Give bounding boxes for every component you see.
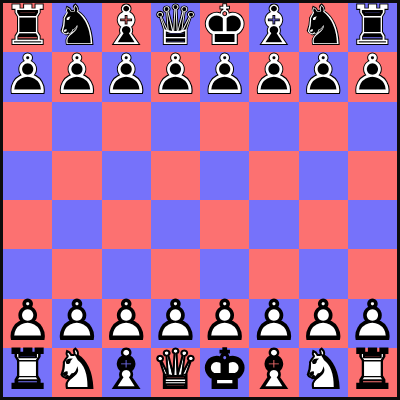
black-rook-icon: ♜ [3,0,51,52]
black-rook-detail-icon: ♖ [3,0,51,52]
black-knight-icon: ♞ [53,0,101,52]
square-e6[interactable] [200,102,249,151]
square-g3[interactable] [299,249,348,298]
square-g2[interactable]: ♟♙ [299,299,348,348]
chess-board: ♜♖♞♘♝♗♛♕♚♔♝♗♞♘♜♖♟♙♟♙♟♙♟♙♟♙♟♙♟♙♟♙♟♙♟♙♟♙♟♙… [0,0,400,400]
square-f5[interactable] [249,151,298,200]
square-d5[interactable] [151,151,200,200]
square-h5[interactable] [348,151,397,200]
black-pawn-icon: ♟ [299,48,347,102]
square-e7[interactable]: ♟♙ [200,52,249,101]
black-pawn-icon: ♟ [53,48,101,102]
piece-white-rook: ♜♖ [3,348,52,397]
black-pawn-detail-icon: ♙ [3,48,51,102]
piece-black-queen: ♛♕ [151,3,200,52]
piece-white-pawn: ♟♙ [102,299,151,348]
piece-white-queen: ♛♕ [151,348,200,397]
piece-black-pawn: ♟♙ [52,52,101,101]
black-pawn-icon: ♟ [348,48,396,102]
square-a3[interactable] [3,249,52,298]
square-d1[interactable]: ♛♕ [151,348,200,397]
square-d3[interactable] [151,249,200,298]
piece-black-pawn: ♟♙ [3,52,52,101]
piece-black-rook: ♜♖ [3,3,52,52]
white-queen-detail-icon: ♕ [151,343,199,397]
square-a5[interactable] [3,151,52,200]
white-pawn-detail-icon: ♙ [102,294,150,348]
square-f3[interactable] [249,249,298,298]
square-h6[interactable] [348,102,397,151]
black-pawn-detail-icon: ♙ [250,48,298,102]
black-queen-detail-icon: ♕ [151,0,199,52]
square-g4[interactable] [299,200,348,249]
square-h7[interactable]: ♟♙ [348,52,397,101]
piece-white-pawn: ♟♙ [348,299,397,348]
white-knight-icon: ♞ [299,343,347,397]
white-rook-detail-icon: ♖ [348,343,396,397]
piece-black-pawn: ♟♙ [200,52,249,101]
square-h1[interactable]: ♜♖ [348,348,397,397]
piece-white-bishop: ♝♗ [249,348,298,397]
piece-white-pawn: ♟♙ [151,299,200,348]
white-bishop-icon: ♝ [102,343,150,397]
white-pawn-icon: ♟ [3,294,51,348]
white-pawn-icon: ♟ [299,294,347,348]
square-g8[interactable]: ♞♘ [299,3,348,52]
square-b2[interactable]: ♟♙ [52,299,101,348]
white-rook-icon: ♜ [348,343,396,397]
square-b7[interactable]: ♟♙ [52,52,101,101]
piece-black-knight: ♞♘ [299,3,348,52]
white-pawn-detail-icon: ♙ [250,294,298,348]
piece-white-knight: ♞♘ [52,348,101,397]
black-bishop-icon: ♝ [250,0,298,52]
black-pawn-detail-icon: ♙ [200,48,248,102]
square-h8[interactable]: ♜♖ [348,3,397,52]
black-pawn-detail-icon: ♙ [102,48,150,102]
square-e4[interactable] [200,200,249,249]
black-pawn-detail-icon: ♙ [299,48,347,102]
piece-black-bishop: ♝♗ [102,3,151,52]
square-d4[interactable] [151,200,200,249]
piece-black-pawn: ♟♙ [249,52,298,101]
black-pawn-icon: ♟ [3,48,51,102]
black-pawn-detail-icon: ♙ [348,48,396,102]
square-c2[interactable]: ♟♙ [102,299,151,348]
black-king-icon: ♚ [200,0,248,52]
black-pawn-icon: ♟ [151,48,199,102]
white-rook-icon: ♜ [3,343,51,397]
square-c1[interactable]: ♝♗ [102,348,151,397]
white-bishop-detail-icon: ♗ [102,343,150,397]
square-a6[interactable] [3,102,52,151]
square-h3[interactable] [348,249,397,298]
black-king-detail-icon: ♔ [200,0,248,52]
square-b1[interactable]: ♞♘ [52,348,101,397]
square-g5[interactable] [299,151,348,200]
square-h4[interactable] [348,200,397,249]
square-h2[interactable]: ♟♙ [348,299,397,348]
square-f4[interactable] [249,200,298,249]
square-b6[interactable] [52,102,101,151]
square-c8[interactable]: ♝♗ [102,3,151,52]
square-f7[interactable]: ♟♙ [249,52,298,101]
white-pawn-icon: ♟ [250,294,298,348]
square-g6[interactable] [299,102,348,151]
square-e3[interactable] [200,249,249,298]
square-d2[interactable]: ♟♙ [151,299,200,348]
white-pawn-detail-icon: ♙ [348,294,396,348]
black-pawn-icon: ♟ [250,48,298,102]
piece-black-knight: ♞♘ [52,3,101,52]
piece-black-rook: ♜♖ [348,3,397,52]
white-pawn-icon: ♟ [200,294,248,348]
piece-white-king: ♚♔ [200,348,249,397]
square-g1[interactable]: ♞♘ [299,348,348,397]
piece-black-pawn: ♟♙ [102,52,151,101]
square-c5[interactable] [102,151,151,200]
square-c6[interactable] [102,102,151,151]
piece-white-pawn: ♟♙ [3,299,52,348]
white-queen-icon: ♛ [151,343,199,397]
white-king-detail-icon: ♔ [200,343,248,397]
piece-black-pawn: ♟♙ [299,52,348,101]
square-a7[interactable]: ♟♙ [3,52,52,101]
square-e2[interactable]: ♟♙ [200,299,249,348]
white-pawn-icon: ♟ [53,294,101,348]
white-king-icon: ♚ [200,343,248,397]
white-knight-detail-icon: ♘ [53,343,101,397]
black-knight-icon: ♞ [299,0,347,52]
piece-white-pawn: ♟♙ [52,299,101,348]
black-pawn-detail-icon: ♙ [151,48,199,102]
square-b5[interactable] [52,151,101,200]
black-knight-detail-icon: ♘ [53,0,101,52]
black-rook-icon: ♜ [348,0,396,52]
square-d8[interactable]: ♛♕ [151,3,200,52]
black-rook-detail-icon: ♖ [348,0,396,52]
square-b3[interactable] [52,249,101,298]
piece-white-pawn: ♟♙ [299,299,348,348]
white-pawn-detail-icon: ♙ [299,294,347,348]
chess-app: ♜♖♞♘♝♗♛♕♚♔♝♗♞♘♜♖♟♙♟♙♟♙♟♙♟♙♟♙♟♙♟♙♟♙♟♙♟♙♟♙… [0,0,400,400]
white-rook-detail-icon: ♖ [3,343,51,397]
black-bishop-detail-icon: ♗ [250,0,298,52]
white-bishop-icon: ♝ [250,343,298,397]
square-a4[interactable] [3,200,52,249]
piece-black-pawn: ♟♙ [151,52,200,101]
square-f2[interactable]: ♟♙ [249,299,298,348]
square-b8[interactable]: ♞♘ [52,3,101,52]
square-d7[interactable]: ♟♙ [151,52,200,101]
square-a1[interactable]: ♜♖ [3,348,52,397]
piece-white-rook: ♜♖ [348,348,397,397]
square-c7[interactable]: ♟♙ [102,52,151,101]
white-pawn-detail-icon: ♙ [151,294,199,348]
piece-black-bishop: ♝♗ [249,3,298,52]
square-f1[interactable]: ♝♗ [249,348,298,397]
piece-white-bishop: ♝♗ [102,348,151,397]
square-e1[interactable]: ♚♔ [200,348,249,397]
white-pawn-detail-icon: ♙ [53,294,101,348]
square-c4[interactable] [102,200,151,249]
square-d6[interactable] [151,102,200,151]
square-f8[interactable]: ♝♗ [249,3,298,52]
white-pawn-icon: ♟ [151,294,199,348]
square-a8[interactable]: ♜♖ [3,3,52,52]
piece-black-king: ♚♔ [200,3,249,52]
piece-white-pawn: ♟♙ [200,299,249,348]
black-pawn-icon: ♟ [102,48,150,102]
white-pawn-detail-icon: ♙ [200,294,248,348]
square-f6[interactable] [249,102,298,151]
square-g7[interactable]: ♟♙ [299,52,348,101]
square-c3[interactable] [102,249,151,298]
square-e8[interactable]: ♚♔ [200,3,249,52]
piece-white-knight: ♞♘ [299,348,348,397]
white-pawn-icon: ♟ [348,294,396,348]
black-pawn-detail-icon: ♙ [53,48,101,102]
white-pawn-icon: ♟ [102,294,150,348]
white-pawn-detail-icon: ♙ [3,294,51,348]
black-bishop-detail-icon: ♗ [102,0,150,52]
white-knight-detail-icon: ♘ [299,343,347,397]
square-a2[interactable]: ♟♙ [3,299,52,348]
white-bishop-detail-icon: ♗ [250,343,298,397]
black-knight-detail-icon: ♘ [299,0,347,52]
piece-black-pawn: ♟♙ [348,52,397,101]
white-knight-icon: ♞ [53,343,101,397]
black-pawn-icon: ♟ [200,48,248,102]
square-e5[interactable] [200,151,249,200]
piece-white-pawn: ♟♙ [249,299,298,348]
black-queen-icon: ♛ [151,0,199,52]
black-bishop-icon: ♝ [102,0,150,52]
square-b4[interactable] [52,200,101,249]
